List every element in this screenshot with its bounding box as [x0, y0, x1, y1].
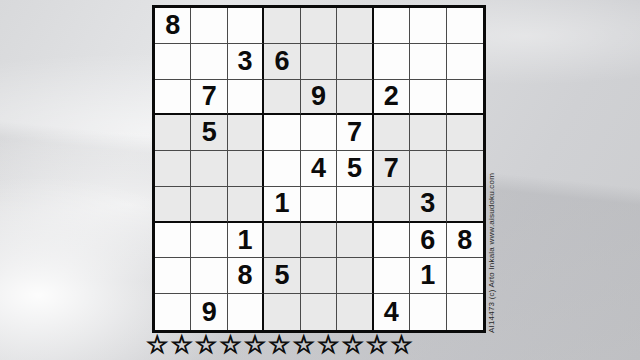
cell-r1c7[interactable]: [374, 8, 410, 44]
cell-r2c9[interactable]: [447, 44, 483, 80]
cell-r3c2[interactable]: 7: [191, 80, 227, 116]
cell-r2c1[interactable]: [155, 44, 191, 80]
cell-r6c5[interactable]: [301, 187, 337, 223]
cell-r1c2[interactable]: [191, 8, 227, 44]
cell-r2c6[interactable]: [337, 44, 373, 80]
cell-r4c8[interactable]: [410, 115, 446, 151]
cell-r4c7[interactable]: [374, 115, 410, 151]
cell-r9c8[interactable]: [410, 294, 446, 330]
star-icon: ☆: [293, 332, 315, 357]
cell-r5c8[interactable]: [410, 151, 446, 187]
cell-r9c4[interactable]: [264, 294, 300, 330]
cell-r5c9[interactable]: [447, 151, 483, 187]
cell-r5c7[interactable]: 7: [374, 151, 410, 187]
cell-r9c3[interactable]: [228, 294, 264, 330]
star-icon: ☆: [170, 332, 192, 357]
cell-r9c1[interactable]: [155, 294, 191, 330]
cell-r4c1[interactable]: [155, 115, 191, 151]
cell-r1c5[interactable]: [301, 8, 337, 44]
cell-r3c7[interactable]: 2: [374, 80, 410, 116]
cell-r4c9[interactable]: [447, 115, 483, 151]
star-icon: ☆: [195, 332, 217, 357]
cell-r2c2[interactable]: [191, 44, 227, 80]
attribution-text: AI14473 (c) Arto Inkala www.aisudoku.com: [487, 163, 496, 333]
star-icon: ☆: [341, 332, 363, 357]
cell-r3c9[interactable]: [447, 80, 483, 116]
cell-r8c4[interactable]: 5: [264, 258, 300, 294]
cell-r4c3[interactable]: [228, 115, 264, 151]
cell-r3c6[interactable]: [337, 80, 373, 116]
cell-r6c6[interactable]: [337, 187, 373, 223]
difficulty-stars: ☆☆☆☆☆☆☆☆☆☆☆: [146, 330, 415, 358]
cell-r3c3[interactable]: [228, 80, 264, 116]
cell-r9c5[interactable]: [301, 294, 337, 330]
cell-r1c4[interactable]: [264, 8, 300, 44]
cell-r5c3[interactable]: [228, 151, 264, 187]
star-icon: ☆: [219, 332, 241, 357]
cell-r7c9[interactable]: 8: [447, 223, 483, 259]
cell-r3c4[interactable]: [264, 80, 300, 116]
star-icon: ☆: [244, 332, 266, 357]
cell-r7c8[interactable]: 6: [410, 223, 446, 259]
cell-r9c6[interactable]: [337, 294, 373, 330]
cell-r8c8[interactable]: 1: [410, 258, 446, 294]
cell-r7c6[interactable]: [337, 223, 373, 259]
cell-r8c1[interactable]: [155, 258, 191, 294]
cell-r2c8[interactable]: [410, 44, 446, 80]
cell-r7c7[interactable]: [374, 223, 410, 259]
cell-r2c3[interactable]: 3: [228, 44, 264, 80]
cell-r7c2[interactable]: [191, 223, 227, 259]
cell-r6c3[interactable]: [228, 187, 264, 223]
star-icon: ☆: [268, 332, 290, 357]
cell-r1c1[interactable]: 8: [155, 8, 191, 44]
cell-r8c3[interactable]: 8: [228, 258, 264, 294]
cell-r8c5[interactable]: [301, 258, 337, 294]
cell-r4c4[interactable]: [264, 115, 300, 151]
cell-r9c2[interactable]: 9: [191, 294, 227, 330]
cell-r5c2[interactable]: [191, 151, 227, 187]
cell-r1c3[interactable]: [228, 8, 264, 44]
star-icon: ☆: [390, 332, 412, 357]
cell-r6c9[interactable]: [447, 187, 483, 223]
cell-r3c5[interactable]: 9: [301, 80, 337, 116]
cell-r6c2[interactable]: [191, 187, 227, 223]
cell-r8c9[interactable]: [447, 258, 483, 294]
cell-r4c5[interactable]: [301, 115, 337, 151]
cell-r5c1[interactable]: [155, 151, 191, 187]
cell-r3c8[interactable]: [410, 80, 446, 116]
cell-r6c7[interactable]: [374, 187, 410, 223]
cell-r7c4[interactable]: [264, 223, 300, 259]
sudoku-board: 836792574571316885194: [152, 5, 486, 333]
cell-r2c5[interactable]: [301, 44, 337, 80]
cell-r8c6[interactable]: [337, 258, 373, 294]
cell-r1c6[interactable]: [337, 8, 373, 44]
cell-r1c8[interactable]: [410, 8, 446, 44]
news-background: 836792574571316885194 ☆☆☆☆☆☆☆☆☆☆☆ AI1447…: [0, 0, 640, 360]
cell-r4c6[interactable]: 7: [337, 115, 373, 151]
star-icon: ☆: [366, 332, 388, 357]
cell-r2c4[interactable]: 6: [264, 44, 300, 80]
cell-r6c1[interactable]: [155, 187, 191, 223]
cell-r6c8[interactable]: 3: [410, 187, 446, 223]
cell-r6c4[interactable]: 1: [264, 187, 300, 223]
cell-r1c9[interactable]: [447, 8, 483, 44]
cell-r7c5[interactable]: [301, 223, 337, 259]
cell-r4c2[interactable]: 5: [191, 115, 227, 151]
cell-r7c1[interactable]: [155, 223, 191, 259]
cell-r5c6[interactable]: 5: [337, 151, 373, 187]
cell-r5c5[interactable]: 4: [301, 151, 337, 187]
cell-r8c7[interactable]: [374, 258, 410, 294]
cell-r3c1[interactable]: [155, 80, 191, 116]
cell-r7c3[interactable]: 1: [228, 223, 264, 259]
star-icon: ☆: [317, 332, 339, 357]
cell-r9c9[interactable]: [447, 294, 483, 330]
cell-r9c7[interactable]: 4: [374, 294, 410, 330]
cell-r2c7[interactable]: [374, 44, 410, 80]
cell-r8c2[interactable]: [191, 258, 227, 294]
star-icon: ☆: [146, 332, 168, 357]
cell-r5c4[interactable]: [264, 151, 300, 187]
